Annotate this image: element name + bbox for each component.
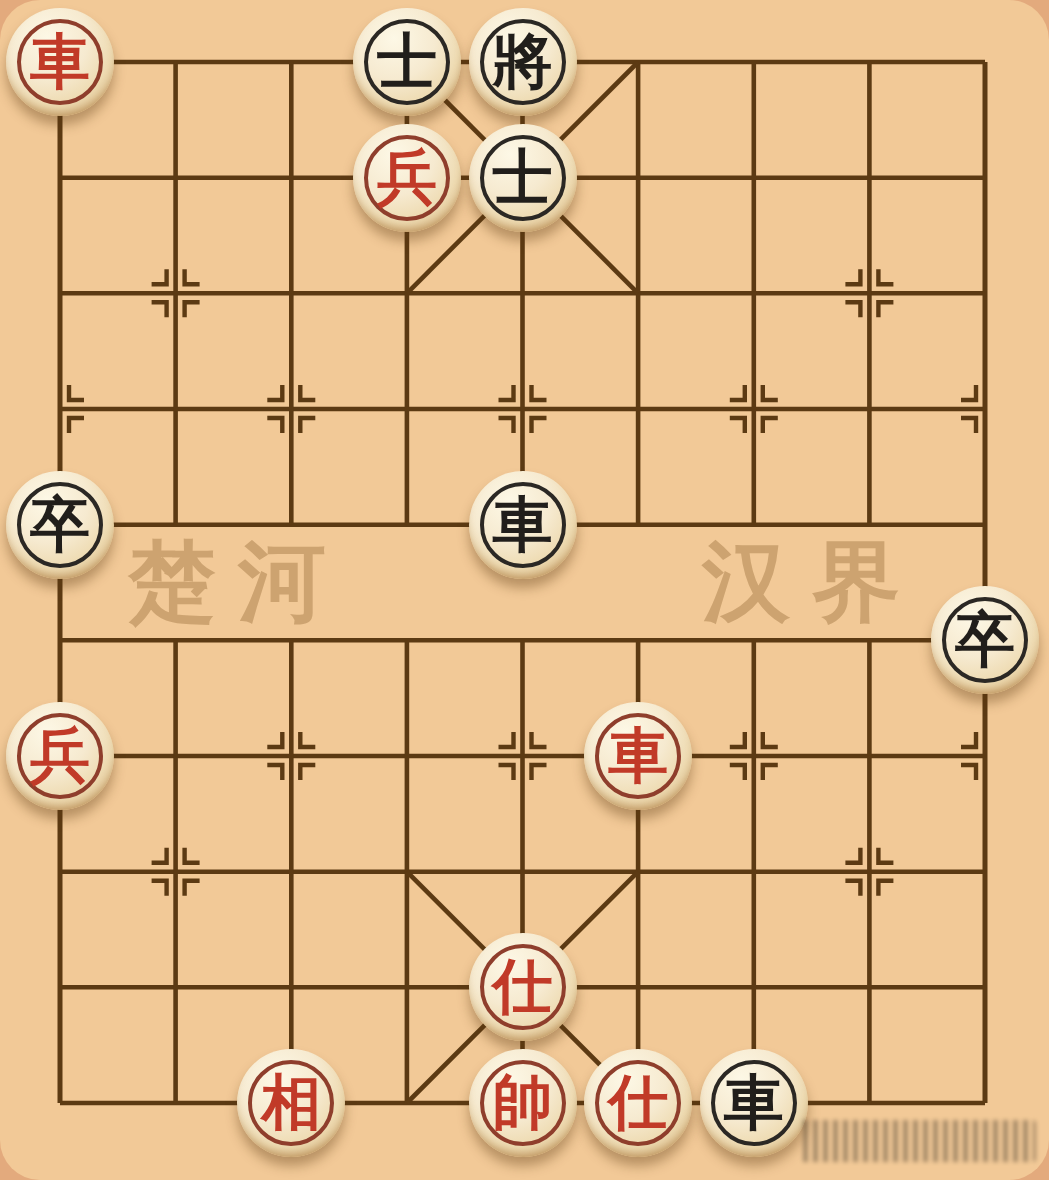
piece-red-soldier-a4[interactable]: 兵 [6, 702, 114, 810]
intersection-c1[interactable]: 相 [233, 1045, 349, 1161]
piece-black-soldier-i5[interactable]: 卒 [931, 586, 1039, 694]
intersection-h7[interactable] [812, 351, 928, 467]
intersection-i9[interactable] [927, 120, 1043, 236]
piece-glyph: 車 [493, 495, 553, 555]
intersection-d5[interactable] [349, 582, 465, 698]
intersection-a2[interactable] [2, 929, 118, 1045]
intersection-g7[interactable] [696, 351, 812, 467]
piece-red-chariot-a10[interactable]: 車 [6, 8, 114, 116]
piece-red-soldier-d9[interactable]: 兵 [353, 124, 461, 232]
intersection-i10[interactable] [927, 4, 1043, 120]
intersection-d7[interactable] [349, 351, 465, 467]
intersection-e6[interactable]: 車 [465, 467, 581, 583]
intersection-e1[interactable]: 帥 [465, 1045, 581, 1161]
intersection-d4[interactable] [349, 698, 465, 814]
intersection-d3[interactable] [349, 814, 465, 930]
intersection-f8[interactable] [580, 235, 696, 351]
intersection-h3[interactable] [812, 814, 928, 930]
intersection-c4[interactable] [233, 698, 349, 814]
intersection-f2[interactable] [580, 929, 696, 1045]
intersection-g8[interactable] [696, 235, 812, 351]
intersection-d10[interactable]: 士 [349, 4, 465, 120]
intersection-g4[interactable] [696, 698, 812, 814]
intersection-d8[interactable] [349, 235, 465, 351]
intersection-g1[interactable]: 車 [696, 1045, 812, 1161]
piece-black-chariot-g1[interactable]: 車 [700, 1049, 808, 1157]
intersection-f10[interactable] [580, 4, 696, 120]
intersection-i6[interactable] [927, 467, 1043, 583]
intersection-c5[interactable] [233, 582, 349, 698]
intersection-e5[interactable] [465, 582, 581, 698]
intersection-i4[interactable] [927, 698, 1043, 814]
intersection-g5[interactable] [696, 582, 812, 698]
piece-black-chariot-e6[interactable]: 車 [469, 471, 577, 579]
piece-glyph: 兵 [30, 726, 90, 786]
intersection-b1[interactable] [118, 1045, 234, 1161]
piece-black-soldier-a6[interactable]: 卒 [6, 471, 114, 579]
piece-glyph: 士 [493, 148, 553, 208]
intersection-e8[interactable] [465, 235, 581, 351]
intersection-h4[interactable] [812, 698, 928, 814]
intersection-i7[interactable] [927, 351, 1043, 467]
intersection-g2[interactable] [696, 929, 812, 1045]
intersection-i2[interactable] [927, 929, 1043, 1045]
intersection-c3[interactable] [233, 814, 349, 930]
intersection-e9[interactable]: 士 [465, 120, 581, 236]
piece-glyph: 相 [261, 1073, 321, 1133]
intersection-i8[interactable] [927, 235, 1043, 351]
intersection-g10[interactable] [696, 4, 812, 120]
piece-glyph: 兵 [377, 148, 437, 208]
intersection-i5[interactable]: 卒 [927, 582, 1043, 698]
piece-black-advisor-e9[interactable]: 士 [469, 124, 577, 232]
intersection-b4[interactable] [118, 698, 234, 814]
intersection-e4[interactable] [465, 698, 581, 814]
intersection-h10[interactable] [812, 4, 928, 120]
intersection-c10[interactable] [233, 4, 349, 120]
intersection-f5[interactable] [580, 582, 696, 698]
piece-glyph: 車 [724, 1073, 784, 1133]
piece-glyph: 卒 [30, 495, 90, 555]
intersection-c8[interactable] [233, 235, 349, 351]
intersection-g3[interactable] [696, 814, 812, 930]
piece-red-advisor-e2[interactable]: 仕 [469, 933, 577, 1041]
intersection-h8[interactable] [812, 235, 928, 351]
intersection-b5[interactable] [118, 582, 234, 698]
intersection-a7[interactable] [2, 351, 118, 467]
intersection-c6[interactable] [233, 467, 349, 583]
piece-black-general-e10[interactable]: 將 [469, 8, 577, 116]
intersection-c9[interactable] [233, 120, 349, 236]
intersection-f9[interactable] [580, 120, 696, 236]
intersection-b3[interactable] [118, 814, 234, 930]
piece-glyph: 士 [377, 32, 437, 92]
intersection-a6[interactable]: 卒 [2, 467, 118, 583]
intersection-h6[interactable] [812, 467, 928, 583]
intersection-a1[interactable] [2, 1045, 118, 1161]
piece-black-advisor-d10[interactable]: 士 [353, 8, 461, 116]
watermark-blur [798, 1120, 1036, 1162]
piece-red-elephant-c1[interactable]: 相 [237, 1049, 345, 1157]
piece-glyph: 車 [608, 726, 668, 786]
intersection-d6[interactable] [349, 467, 465, 583]
intersection-a10[interactable]: 車 [2, 4, 118, 120]
intersection-f6[interactable] [580, 467, 696, 583]
piece-glyph: 仕 [493, 957, 553, 1017]
piece-red-chariot-f4[interactable]: 車 [584, 702, 692, 810]
board-intersections: 車士將兵士卒車卒兵車仕相帥仕車 [2, 4, 1043, 1161]
intersection-e2[interactable]: 仕 [465, 929, 581, 1045]
intersection-f4[interactable]: 車 [580, 698, 696, 814]
intersection-f7[interactable] [580, 351, 696, 467]
intersection-a3[interactable] [2, 814, 118, 930]
xiangqi-board: 楚河 汉界 車士將兵士卒車卒兵車仕相帥仕車 [0, 0, 1049, 1180]
intersection-e3[interactable] [465, 814, 581, 930]
intersection-f3[interactable] [580, 814, 696, 930]
piece-glyph: 帥 [493, 1073, 553, 1133]
intersection-h9[interactable] [812, 120, 928, 236]
intersection-b2[interactable] [118, 929, 234, 1045]
intersection-e10[interactable]: 將 [465, 4, 581, 120]
intersection-e7[interactable] [465, 351, 581, 467]
intersection-b10[interactable] [118, 4, 234, 120]
intersection-b9[interactable] [118, 120, 234, 236]
piece-glyph: 將 [493, 32, 553, 92]
intersection-h5[interactable] [812, 582, 928, 698]
intersection-a8[interactable] [2, 235, 118, 351]
intersection-a9[interactable] [2, 120, 118, 236]
intersection-i3[interactable] [927, 814, 1043, 930]
intersection-g6[interactable] [696, 467, 812, 583]
piece-red-advisor-f1[interactable]: 仕 [584, 1049, 692, 1157]
intersection-b8[interactable] [118, 235, 234, 351]
piece-glyph: 卒 [955, 610, 1015, 670]
intersection-d9[interactable]: 兵 [349, 120, 465, 236]
intersection-b6[interactable] [118, 467, 234, 583]
piece-glyph: 車 [30, 32, 90, 92]
intersection-b7[interactable] [118, 351, 234, 467]
intersection-a4[interactable]: 兵 [2, 698, 118, 814]
intersection-a5[interactable] [2, 582, 118, 698]
intersection-c7[interactable] [233, 351, 349, 467]
piece-glyph: 仕 [608, 1073, 668, 1133]
intersection-f1[interactable]: 仕 [580, 1045, 696, 1161]
intersection-d1[interactable] [349, 1045, 465, 1161]
piece-red-general-e1[interactable]: 帥 [469, 1049, 577, 1157]
intersection-h2[interactable] [812, 929, 928, 1045]
intersection-g9[interactable] [696, 120, 812, 236]
intersection-c2[interactable] [233, 929, 349, 1045]
intersection-d2[interactable] [349, 929, 465, 1045]
